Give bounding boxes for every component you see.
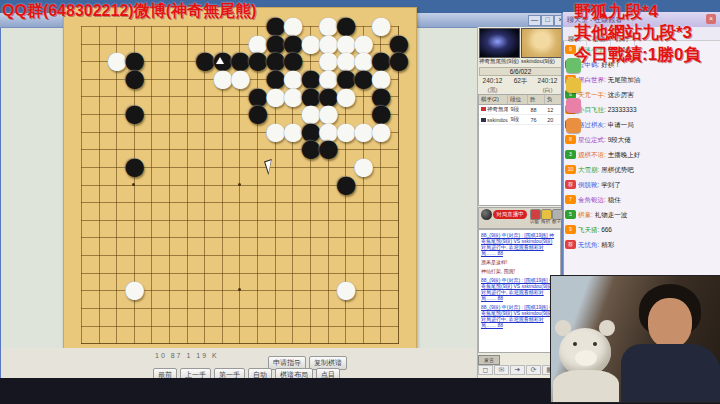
- chat-username: 黑白世界:: [578, 76, 608, 83]
- say-button[interactable]: 发言: [478, 355, 500, 365]
- last-move-marker: [216, 57, 224, 64]
- chat-message-row[interactable]: 9小目飞挂: 23333333: [565, 102, 718, 117]
- client-chat-message: 神仙打架, 围观!: [481, 268, 558, 274]
- table-header-cell: 胜: [528, 95, 545, 104]
- black-stone: ●: [124, 69, 143, 88]
- overlay-record-line: 今日戰績:1勝0負: [574, 43, 701, 66]
- chat-username: 小目飞挂:: [578, 106, 608, 113]
- table-header-cell: 段位: [508, 95, 528, 104]
- black-stone: ●: [124, 104, 143, 123]
- mascot-icon: [566, 78, 581, 93]
- black-stone: ●: [300, 139, 319, 158]
- chat-message-row[interactable]: 9飞天猪: 666: [565, 222, 718, 237]
- mascot-icon: [566, 118, 581, 133]
- chat-text: 礼物走一波: [595, 211, 628, 218]
- black-stone: ●: [124, 157, 143, 176]
- white-player-name: sskindou(9段): [521, 58, 561, 65]
- chat-message-row[interactable]: 3观棋不语: 主播晚上好: [565, 147, 718, 162]
- streamer-avatar-icon: [481, 209, 492, 220]
- white-stone: ●: [265, 122, 284, 141]
- flag-icon: [481, 107, 486, 111]
- teddy-bear-body: [553, 370, 619, 403]
- chat-username: 路过棋友:: [578, 121, 608, 128]
- chat-text: 无尾熊加油: [608, 76, 641, 83]
- white-stone: ●: [336, 280, 355, 299]
- level-badge: 5: [565, 210, 576, 219]
- client-chat-message: 88_(9段) 申(对弈) : [围棋19路] 神奇無尾熊(9段) VS ssk…: [481, 277, 558, 301]
- white-stone: ●: [353, 122, 372, 141]
- chat-message-row[interactable]: 10大雪崩: 黑棋优势吧: [565, 162, 718, 177]
- chat-text: 23333333: [608, 106, 637, 113]
- move-pager: 10 87 1 19 K: [155, 352, 219, 359]
- client-chat-panel[interactable]: 88_(9段) 申(对弈) : [围棋19路] 神奇無尾熊(9段) VS ssk…: [478, 229, 561, 353]
- chat-message-row[interactable]: 5棋童: 礼物走一波: [565, 207, 718, 222]
- chat-text: 9段大佬: [608, 136, 631, 143]
- level-badge: 荐: [565, 180, 576, 189]
- chat-username: 金角银边:: [578, 196, 608, 203]
- white-stone: ●: [212, 69, 231, 88]
- chat-text: 666: [601, 226, 612, 233]
- chat-message-row[interactable]: 7金角银边: 稳住: [565, 192, 718, 207]
- webcam-overlay: [550, 275, 720, 403]
- player-table[interactable]: 棋手(2)段位胜负 神奇無尾熊9段8812sskindou9段7620: [478, 94, 563, 206]
- streamer-face: [648, 298, 692, 348]
- maximize-button[interactable]: □: [541, 15, 554, 26]
- chat-username: 星位定式:: [578, 136, 608, 143]
- mini-button-label: 数子: [551, 219, 562, 224]
- chat-message-row[interactable]: 8星位定式: 9段大佬: [565, 132, 718, 147]
- chat-text: 稳住: [608, 196, 621, 203]
- white-stone: ●: [107, 51, 126, 70]
- mini-button-label: 悔棋: [540, 219, 551, 224]
- level-badge: 8: [565, 135, 576, 144]
- chat-tool-icon[interactable]: ✉: [494, 365, 509, 375]
- mascot-icon: [566, 98, 581, 113]
- table-row[interactable]: sskindou9段7620: [479, 115, 562, 125]
- chat-username: 棋童:: [578, 211, 595, 218]
- chat-text: 精彩: [601, 241, 614, 248]
- teddy-eye-left: [573, 342, 577, 346]
- mini-button-label: 认输: [529, 219, 540, 224]
- white-stone: ●: [371, 122, 390, 141]
- minimize-button[interactable]: —: [528, 15, 541, 26]
- teddy-eye-right: [593, 342, 597, 346]
- teddy-snout: [575, 350, 597, 366]
- table-row[interactable]: 神奇無尾熊9段8812: [479, 105, 562, 115]
- chat-message-row[interactable]: 荐无忧角: 精彩: [565, 237, 718, 252]
- black-stone: ●: [195, 51, 214, 70]
- star-point: [238, 183, 241, 186]
- live-status-pill: 对局直播中: [493, 210, 527, 219]
- chat-text: 学到了: [601, 181, 621, 188]
- chat-message-row[interactable]: 荐路过棋友: 申请一局: [565, 117, 718, 132]
- go-board[interactable]: ●●●●●●●●●●●●●●●●●●●●●●●●●●●●●●●●●●●●●●●●…: [63, 7, 417, 353]
- black-player-avatar: [479, 28, 520, 58]
- move-count: 62手: [507, 77, 534, 86]
- black-stone: ●: [248, 104, 267, 123]
- chat-username: 无忧角:: [578, 241, 601, 248]
- player-table-header: 棋手(2)段位胜负: [479, 95, 562, 105]
- client-chat-message: 88_(9段) 申(对弈) : [围棋19路] 神奇無尾熊(9段) VS ssk…: [481, 304, 558, 328]
- chat-text: 申请一局: [608, 121, 634, 128]
- black-stone: ●: [336, 175, 355, 194]
- chat-text: 主播晚上好: [608, 151, 641, 158]
- live-chat-close-icon[interactable]: ×: [706, 14, 716, 24]
- level-badge: 9: [565, 225, 576, 234]
- white-time: 240:12: [534, 77, 561, 84]
- chat-message-row[interactable]: 荐倒脱靴: 学到了: [565, 177, 718, 192]
- white-stone: ●: [283, 122, 302, 141]
- chat-text: 这步厉害: [608, 91, 634, 98]
- overlay-qq-group-text: QQ群(648302212)微博(神奇無尾熊): [2, 1, 256, 22]
- black-player-name: 神奇無尾熊(9段): [479, 58, 519, 65]
- chat-tool-icon[interactable]: ◻: [478, 365, 493, 375]
- chat-toolbar[interactable]: ◻✉➜⟳▦: [478, 365, 561, 375]
- chat-username: 倒脱靴:: [578, 181, 601, 188]
- chat-username: 观棋不语:: [578, 151, 608, 158]
- chat-username: 天元一手:: [578, 91, 608, 98]
- black-time: 240:12: [479, 77, 506, 84]
- client-chat-message: 原来是这样!: [481, 259, 558, 265]
- screen: 围棋对弈 - (19路 62手 观战中) — □ × ●●●●●●●●●●●●●…: [0, 0, 720, 404]
- level-badge: 10: [565, 165, 576, 174]
- level-badge: 荐: [565, 240, 576, 249]
- chat-text: 黑棋优势吧: [601, 166, 634, 173]
- level-badge: 7: [565, 195, 576, 204]
- white-stone: ●: [283, 87, 302, 106]
- chat-message-row[interactable]: 12黑白世界: 无尾熊加油: [565, 72, 718, 87]
- chat-username: 大雪崩:: [578, 166, 601, 173]
- table-header-cell: 棋手(2): [479, 95, 508, 104]
- black-stone: ●: [318, 139, 337, 158]
- table-header-cell: 负: [545, 95, 562, 104]
- flag-icon: [481, 118, 486, 122]
- chat-message-row[interactable]: 6天元一手: 这步厉害: [565, 87, 718, 102]
- chat-tool-icon[interactable]: ➜: [510, 365, 525, 375]
- chat-username: 飞天猪:: [578, 226, 601, 233]
- white-player-avatar: [521, 28, 562, 58]
- white-stone: ●: [230, 69, 249, 88]
- client-chat-message: 88_(9段) 申(对弈) : [围棋19路] 神奇無尾熊(9段) VS ssk…: [481, 232, 558, 256]
- byoyomi-display: 6/6/022: [479, 67, 562, 76]
- chat-tool-icon[interactable]: ⟳: [526, 365, 541, 375]
- overlay-rank-line-2: 其他網站九段*3: [574, 21, 692, 44]
- level-badge: 3: [565, 150, 576, 159]
- overlay-rank-line-1: 野狐九段*4: [574, 0, 658, 23]
- white-stone: ●: [124, 280, 143, 299]
- mouse-cursor: [266, 160, 274, 174]
- live-chat-messages[interactable]: 9棋迷小李: 666666荐云中鹤: 好棋！12黑白世界: 无尾熊加油6天元一手…: [565, 42, 718, 282]
- streamer-body: [621, 344, 720, 403]
